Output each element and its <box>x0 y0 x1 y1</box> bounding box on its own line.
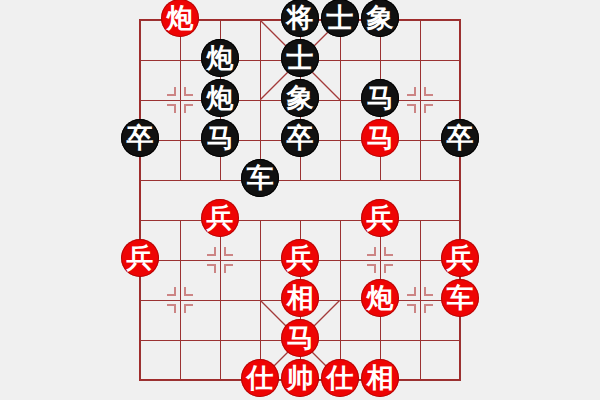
piece-red-pawn[interactable]: 兵 <box>361 199 399 237</box>
piece-black-chariot[interactable]: 车 <box>241 159 279 197</box>
piece-black-elephant[interactable]: 象 <box>361 0 399 37</box>
piece-black-pawn[interactable]: 卒 <box>441 119 479 157</box>
piece-black-pawn[interactable]: 卒 <box>281 119 319 157</box>
piece-black-pawn[interactable]: 卒 <box>121 119 159 157</box>
piece-red-elephant[interactable]: 相 <box>281 279 319 317</box>
piece-red-horse[interactable]: 马 <box>281 319 319 357</box>
piece-black-horse[interactable]: 马 <box>361 79 399 117</box>
piece-black-advisor[interactable]: 士 <box>281 39 319 77</box>
piece-black-cannon[interactable]: 炮 <box>201 79 239 117</box>
piece-black-advisor[interactable]: 士 <box>321 0 359 37</box>
piece-red-pawn[interactable]: 兵 <box>281 239 319 277</box>
piece-red-elephant[interactable]: 相 <box>361 359 399 397</box>
piece-red-pawn[interactable]: 兵 <box>121 239 159 277</box>
piece-red-cannon[interactable]: 炮 <box>161 0 199 37</box>
piece-black-elephant[interactable]: 象 <box>281 79 319 117</box>
piece-red-pawn[interactable]: 兵 <box>201 199 239 237</box>
piece-red-cannon[interactable]: 炮 <box>361 279 399 317</box>
piece-red-general[interactable]: 帅 <box>281 359 319 397</box>
piece-black-horse[interactable]: 马 <box>201 119 239 157</box>
piece-black-general[interactable]: 将 <box>281 0 319 37</box>
piece-red-chariot[interactable]: 车 <box>441 279 479 317</box>
piece-red-pawn[interactable]: 兵 <box>441 239 479 277</box>
piece-layer: 炮将士象炮士炮象马卒马卒马卒车兵兵兵兵兵相炮车马仕帅仕相 <box>120 0 480 400</box>
xiangqi-board: 炮将士象炮士炮象马卒马卒马卒车兵兵兵兵兵相炮车马仕帅仕相 <box>120 0 480 400</box>
screenshot-root: 炮将士象炮士炮象马卒马卒马卒车兵兵兵兵兵相炮车马仕帅仕相 <box>0 0 600 400</box>
piece-red-horse[interactable]: 马 <box>361 119 399 157</box>
piece-black-cannon[interactable]: 炮 <box>201 39 239 77</box>
piece-red-advisor[interactable]: 仕 <box>241 359 279 397</box>
piece-red-advisor[interactable]: 仕 <box>321 359 359 397</box>
